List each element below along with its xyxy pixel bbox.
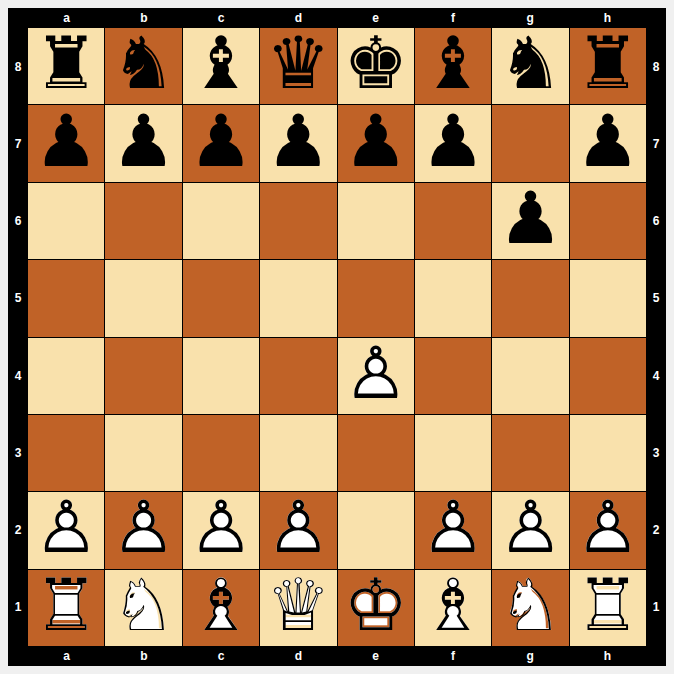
rank-label-left-8: 8 xyxy=(8,28,28,105)
square-d5[interactable] xyxy=(260,260,336,336)
piece-glyph-fill: ♝ xyxy=(415,28,491,101)
square-h3[interactable] xyxy=(570,415,646,491)
square-f7[interactable]: ♟ xyxy=(415,105,491,181)
piece-glyph-fill: ♝ xyxy=(183,28,259,101)
piece-white-rook: ♜♖ xyxy=(570,570,646,646)
piece-glyph-fill: ♟ xyxy=(105,105,181,178)
square-e4[interactable]: ♟♙ xyxy=(338,338,414,414)
square-a4[interactable] xyxy=(28,338,104,414)
piece-glyph-fill: ♞ xyxy=(492,28,568,101)
rank-labels-left: 87654321 xyxy=(8,28,28,646)
square-f1[interactable]: ♝♗ xyxy=(415,570,491,646)
piece-black-pawn: ♟ xyxy=(338,105,414,181)
file-label-top-f: f xyxy=(414,8,491,28)
square-b8[interactable]: ♞ xyxy=(105,28,181,104)
rank-label-left-5: 5 xyxy=(8,260,28,337)
square-f5[interactable] xyxy=(415,260,491,336)
piece-white-knight: ♞♘ xyxy=(105,570,181,646)
file-label-bottom-e: e xyxy=(337,646,414,666)
square-c7[interactable]: ♟ xyxy=(183,105,259,181)
piece-glyph-fill: ♟ xyxy=(260,105,336,178)
file-label-bottom-a: a xyxy=(28,646,105,666)
piece-glyph-outline: ♘ xyxy=(492,570,568,643)
square-b7[interactable]: ♟ xyxy=(105,105,181,181)
file-label-bottom-h: h xyxy=(569,646,646,666)
piece-glyph-fill: ♟ xyxy=(492,183,568,256)
rank-label-right-6: 6 xyxy=(646,183,666,260)
square-h7[interactable]: ♟ xyxy=(570,105,646,181)
piece-glyph-outline: ♖ xyxy=(570,570,646,643)
rank-label-right-5: 5 xyxy=(646,260,666,337)
piece-black-rook: ♜ xyxy=(570,28,646,104)
piece-black-knight: ♞ xyxy=(105,28,181,104)
square-f6[interactable] xyxy=(415,183,491,259)
square-c3[interactable] xyxy=(183,415,259,491)
file-label-bottom-g: g xyxy=(492,646,569,666)
rank-label-left-2: 2 xyxy=(8,492,28,569)
piece-glyph-outline: ♕ xyxy=(260,570,336,643)
square-c8[interactable]: ♝ xyxy=(183,28,259,104)
rank-labels-right: 87654321 xyxy=(646,28,666,646)
square-g2[interactable]: ♟♙ xyxy=(492,492,568,568)
piece-black-queen: ♛ xyxy=(260,28,336,104)
rank-label-left-7: 7 xyxy=(8,105,28,182)
piece-glyph-outline: ♙ xyxy=(183,492,259,565)
piece-glyph-outline: ♘ xyxy=(105,570,181,643)
piece-glyph-outline: ♙ xyxy=(415,492,491,565)
rank-label-left-6: 6 xyxy=(8,183,28,260)
piece-glyph-fill: ♚ xyxy=(338,28,414,101)
file-labels-bottom: abcdefgh xyxy=(28,646,646,666)
square-d2[interactable]: ♟♙ xyxy=(260,492,336,568)
rank-label-right-8: 8 xyxy=(646,28,666,105)
piece-glyph-fill: ♟ xyxy=(570,105,646,178)
square-a7[interactable]: ♟ xyxy=(28,105,104,181)
square-g1[interactable]: ♞♘ xyxy=(492,570,568,646)
file-label-top-d: d xyxy=(260,8,337,28)
piece-black-bishop: ♝ xyxy=(415,28,491,104)
frame-corner-bottom-left xyxy=(8,646,28,666)
piece-white-pawn: ♟♙ xyxy=(105,492,181,568)
square-b4[interactable] xyxy=(105,338,181,414)
file-label-bottom-b: b xyxy=(105,646,182,666)
square-g3[interactable] xyxy=(492,415,568,491)
piece-black-rook: ♜ xyxy=(28,28,104,104)
square-b3[interactable] xyxy=(105,415,181,491)
piece-white-bishop: ♝♗ xyxy=(415,570,491,646)
file-label-bottom-f: f xyxy=(414,646,491,666)
rank-label-right-2: 2 xyxy=(646,492,666,569)
piece-white-pawn: ♟♙ xyxy=(183,492,259,568)
piece-white-pawn: ♟♙ xyxy=(415,492,491,568)
rank-label-right-7: 7 xyxy=(646,105,666,182)
square-f8[interactable]: ♝ xyxy=(415,28,491,104)
rank-label-right-1: 1 xyxy=(646,569,666,646)
square-a2[interactable]: ♟♙ xyxy=(28,492,104,568)
square-g4[interactable] xyxy=(492,338,568,414)
square-h4[interactable] xyxy=(570,338,646,414)
piece-glyph-outline: ♙ xyxy=(28,492,104,565)
square-g8[interactable]: ♞ xyxy=(492,28,568,104)
square-a8[interactable]: ♜ xyxy=(28,28,104,104)
piece-glyph-outline: ♙ xyxy=(570,492,646,565)
frame-corner-bottom-right xyxy=(646,646,666,666)
piece-glyph-outline: ♗ xyxy=(415,570,491,643)
square-g5[interactable] xyxy=(492,260,568,336)
piece-glyph-outline: ♙ xyxy=(105,492,181,565)
frame-corner-top-right xyxy=(646,8,666,28)
piece-glyph-fill: ♟ xyxy=(28,105,104,178)
piece-white-knight: ♞♘ xyxy=(492,570,568,646)
file-label-top-a: a xyxy=(28,8,105,28)
piece-white-bishop: ♝♗ xyxy=(183,570,259,646)
square-d1[interactable]: ♛♕ xyxy=(260,570,336,646)
piece-black-bishop: ♝ xyxy=(183,28,259,104)
file-label-top-e: e xyxy=(337,8,414,28)
square-e6[interactable] xyxy=(338,183,414,259)
square-c1[interactable]: ♝♗ xyxy=(183,570,259,646)
square-a1[interactable]: ♜♖ xyxy=(28,570,104,646)
piece-black-pawn: ♟ xyxy=(570,105,646,181)
piece-glyph-fill: ♜ xyxy=(28,28,104,101)
file-label-top-c: c xyxy=(183,8,260,28)
square-h6[interactable] xyxy=(570,183,646,259)
square-b6[interactable] xyxy=(105,183,181,259)
file-labels-top: abcdefgh xyxy=(28,8,646,28)
square-a6[interactable] xyxy=(28,183,104,259)
piece-glyph-fill: ♟ xyxy=(415,105,491,178)
square-g6[interactable]: ♟ xyxy=(492,183,568,259)
square-h2[interactable]: ♟♙ xyxy=(570,492,646,568)
piece-black-pawn: ♟ xyxy=(260,105,336,181)
piece-black-knight: ♞ xyxy=(492,28,568,104)
square-e5[interactable] xyxy=(338,260,414,336)
square-b2[interactable]: ♟♙ xyxy=(105,492,181,568)
piece-glyph-fill: ♜ xyxy=(570,28,646,101)
piece-black-pawn: ♟ xyxy=(415,105,491,181)
piece-black-pawn: ♟ xyxy=(105,105,181,181)
file-label-top-h: h xyxy=(569,8,646,28)
square-d3[interactable] xyxy=(260,415,336,491)
rank-label-left-1: 1 xyxy=(8,569,28,646)
frame-corner-top-left xyxy=(8,8,28,28)
piece-white-pawn: ♟♙ xyxy=(260,492,336,568)
piece-black-pawn: ♟ xyxy=(28,105,104,181)
rank-label-right-3: 3 xyxy=(646,414,666,491)
rank-label-left-4: 4 xyxy=(8,337,28,414)
file-label-top-g: g xyxy=(492,8,569,28)
piece-white-pawn: ♟♙ xyxy=(338,338,414,414)
square-b5[interactable] xyxy=(105,260,181,336)
square-d6[interactable] xyxy=(260,183,336,259)
piece-white-pawn: ♟♙ xyxy=(28,492,104,568)
piece-glyph-fill: ♛ xyxy=(260,28,336,101)
piece-glyph-outline: ♖ xyxy=(28,570,104,643)
file-label-bottom-c: c xyxy=(183,646,260,666)
piece-black-king: ♚ xyxy=(338,28,414,104)
square-c2[interactable]: ♟♙ xyxy=(183,492,259,568)
square-b1[interactable]: ♞♘ xyxy=(105,570,181,646)
chessboard: ♜♞♝♛♚♝♞♜♟♟♟♟♟♟♟♟♟♙♟♙♟♙♟♙♟♙♟♙♟♙♟♙♜♖♞♘♝♗♛♕… xyxy=(28,28,646,646)
square-h1[interactable]: ♜♖ xyxy=(570,570,646,646)
square-d4[interactable] xyxy=(260,338,336,414)
square-f2[interactable]: ♟♙ xyxy=(415,492,491,568)
piece-glyph-outline: ♙ xyxy=(260,492,336,565)
square-f4[interactable] xyxy=(415,338,491,414)
square-d8[interactable]: ♛ xyxy=(260,28,336,104)
piece-glyph-fill: ♟ xyxy=(338,105,414,178)
piece-glyph-outline: ♙ xyxy=(492,492,568,565)
piece-white-pawn: ♟♙ xyxy=(570,492,646,568)
square-h8[interactable]: ♜ xyxy=(570,28,646,104)
square-c6[interactable] xyxy=(183,183,259,259)
square-e8[interactable]: ♚ xyxy=(338,28,414,104)
square-a5[interactable] xyxy=(28,260,104,336)
square-c4[interactable] xyxy=(183,338,259,414)
square-d7[interactable]: ♟ xyxy=(260,105,336,181)
square-a3[interactable] xyxy=(28,415,104,491)
square-e1[interactable]: ♚♔ xyxy=(338,570,414,646)
piece-white-pawn: ♟♙ xyxy=(492,492,568,568)
rank-label-left-3: 3 xyxy=(8,414,28,491)
rank-label-right-4: 4 xyxy=(646,337,666,414)
file-label-bottom-d: d xyxy=(260,646,337,666)
square-e2[interactable] xyxy=(338,492,414,568)
piece-white-rook: ♜♖ xyxy=(28,570,104,646)
piece-glyph-fill: ♞ xyxy=(105,28,181,101)
piece-black-pawn: ♟ xyxy=(183,105,259,181)
square-e3[interactable] xyxy=(338,415,414,491)
square-f3[interactable] xyxy=(415,415,491,491)
square-g7[interactable] xyxy=(492,105,568,181)
piece-glyph-fill: ♟ xyxy=(183,105,259,178)
file-label-top-b: b xyxy=(105,8,182,28)
piece-glyph-outline: ♙ xyxy=(338,338,414,411)
piece-glyph-outline: ♔ xyxy=(338,570,414,643)
square-h5[interactable] xyxy=(570,260,646,336)
square-c5[interactable] xyxy=(183,260,259,336)
piece-white-queen: ♛♕ xyxy=(260,570,336,646)
square-e7[interactable]: ♟ xyxy=(338,105,414,181)
piece-white-king: ♚♔ xyxy=(338,570,414,646)
piece-black-pawn: ♟ xyxy=(492,183,568,259)
piece-glyph-outline: ♗ xyxy=(183,570,259,643)
chessboard-frame: abcdefgh 87654321 ♜♞♝♛♚♝♞♜♟♟♟♟♟♟♟♟♟♙♟♙♟♙… xyxy=(8,8,666,666)
